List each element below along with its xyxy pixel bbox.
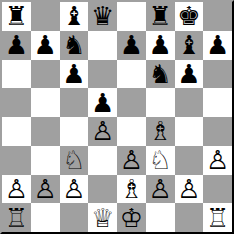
piece-black-rook[interactable]: ♜ xyxy=(5,3,28,29)
square-f2[interactable]: ♙ xyxy=(146,175,175,204)
piece-white-pawn[interactable]: ♙ xyxy=(5,176,28,202)
square-e5[interactable] xyxy=(117,88,146,117)
piece-white-bishop[interactable]: ♗ xyxy=(148,118,171,144)
piece-black-knight[interactable]: ♞ xyxy=(148,61,171,87)
square-e4[interactable] xyxy=(117,117,146,146)
square-g5[interactable] xyxy=(175,88,204,117)
square-h5[interactable] xyxy=(203,88,232,117)
piece-black-pawn[interactable]: ♟ xyxy=(91,90,114,116)
square-d4[interactable]: ♙ xyxy=(88,117,117,146)
square-h6[interactable] xyxy=(203,60,232,89)
piece-black-knight[interactable]: ♞ xyxy=(62,32,85,58)
piece-white-pawn[interactable]: ♙ xyxy=(120,147,143,173)
square-f8[interactable]: ♜ xyxy=(146,2,175,31)
piece-white-rook[interactable]: ♖ xyxy=(5,205,28,231)
square-e3[interactable]: ♙ xyxy=(117,146,146,175)
square-d5[interactable]: ♟ xyxy=(88,88,117,117)
square-e2[interactable]: ♗ xyxy=(117,175,146,204)
piece-black-king[interactable]: ♚ xyxy=(177,3,200,29)
piece-white-knight[interactable]: ♘ xyxy=(148,147,171,173)
square-g8[interactable]: ♚ xyxy=(175,2,204,31)
square-b3[interactable] xyxy=(31,146,60,175)
square-f6[interactable]: ♞ xyxy=(146,60,175,89)
piece-black-queen[interactable]: ♛ xyxy=(91,3,114,29)
piece-white-pawn[interactable]: ♙ xyxy=(177,176,200,202)
square-d6[interactable] xyxy=(88,60,117,89)
square-c1[interactable] xyxy=(60,203,89,232)
square-a1[interactable]: ♖ xyxy=(2,203,31,232)
square-e8[interactable] xyxy=(117,2,146,31)
piece-white-knight[interactable]: ♘ xyxy=(62,147,85,173)
piece-white-pawn[interactable]: ♙ xyxy=(91,118,114,144)
square-g4[interactable] xyxy=(175,117,204,146)
square-d2[interactable] xyxy=(88,175,117,204)
square-f4[interactable]: ♗ xyxy=(146,117,175,146)
square-a8[interactable]: ♜ xyxy=(2,2,31,31)
square-c3[interactable]: ♘ xyxy=(60,146,89,175)
piece-white-bishop[interactable]: ♗ xyxy=(120,176,143,202)
square-e7[interactable]: ♟ xyxy=(117,31,146,60)
piece-white-king[interactable]: ♔ xyxy=(120,205,143,231)
square-f7[interactable]: ♟ xyxy=(146,31,175,60)
square-h7[interactable]: ♟ xyxy=(203,31,232,60)
piece-black-pawn[interactable]: ♟ xyxy=(120,32,143,58)
square-d8[interactable]: ♛ xyxy=(88,2,117,31)
square-d3[interactable] xyxy=(88,146,117,175)
square-c2[interactable]: ♙ xyxy=(60,175,89,204)
square-b6[interactable] xyxy=(31,60,60,89)
square-h3[interactable]: ♙ xyxy=(203,146,232,175)
chess-board: ♜♝♛♜♚♟♟♞♟♟♝♟♟♞♟♟♙♗♘♙♘♙♙♙♙♗♙♙♖♕♔♖ xyxy=(2,2,232,232)
square-a2[interactable]: ♙ xyxy=(2,175,31,204)
square-b1[interactable] xyxy=(31,203,60,232)
square-h1[interactable]: ♖ xyxy=(203,203,232,232)
piece-white-rook[interactable]: ♖ xyxy=(206,205,229,231)
piece-white-pawn[interactable]: ♙ xyxy=(33,176,56,202)
square-c6[interactable]: ♟ xyxy=(60,60,89,89)
square-g6[interactable]: ♟ xyxy=(175,60,204,89)
square-a6[interactable] xyxy=(2,60,31,89)
piece-black-pawn[interactable]: ♟ xyxy=(148,32,171,58)
square-e1[interactable]: ♔ xyxy=(117,203,146,232)
piece-black-pawn[interactable]: ♟ xyxy=(33,32,56,58)
piece-white-pawn[interactable]: ♙ xyxy=(206,147,229,173)
square-c4[interactable] xyxy=(60,117,89,146)
square-c5[interactable] xyxy=(60,88,89,117)
chess-board-frame: ♜♝♛♜♚♟♟♞♟♟♝♟♟♞♟♟♙♗♘♙♘♙♙♙♙♗♙♙♖♕♔♖ xyxy=(0,0,234,234)
piece-black-rook[interactable]: ♜ xyxy=(148,3,171,29)
square-g7[interactable]: ♝ xyxy=(175,31,204,60)
square-g1[interactable] xyxy=(175,203,204,232)
square-a4[interactable] xyxy=(2,117,31,146)
square-b4[interactable] xyxy=(31,117,60,146)
square-e6[interactable] xyxy=(117,60,146,89)
square-a3[interactable] xyxy=(2,146,31,175)
piece-black-bishop[interactable]: ♝ xyxy=(62,3,85,29)
square-c8[interactable]: ♝ xyxy=(60,2,89,31)
square-c7[interactable]: ♞ xyxy=(60,31,89,60)
piece-white-pawn[interactable]: ♙ xyxy=(148,176,171,202)
square-f5[interactable] xyxy=(146,88,175,117)
square-a5[interactable] xyxy=(2,88,31,117)
square-f3[interactable]: ♘ xyxy=(146,146,175,175)
piece-white-queen[interactable]: ♕ xyxy=(91,205,114,231)
piece-black-pawn[interactable]: ♟ xyxy=(206,32,229,58)
piece-black-bishop[interactable]: ♝ xyxy=(177,32,200,58)
square-b7[interactable]: ♟ xyxy=(31,31,60,60)
piece-black-pawn[interactable]: ♟ xyxy=(62,61,85,87)
square-h4[interactable] xyxy=(203,117,232,146)
square-b2[interactable]: ♙ xyxy=(31,175,60,204)
square-d7[interactable] xyxy=(88,31,117,60)
piece-white-pawn[interactable]: ♙ xyxy=(62,176,85,202)
square-d1[interactable]: ♕ xyxy=(88,203,117,232)
square-g2[interactable]: ♙ xyxy=(175,175,204,204)
square-b8[interactable] xyxy=(31,2,60,31)
square-b5[interactable] xyxy=(31,88,60,117)
piece-black-pawn[interactable]: ♟ xyxy=(5,32,28,58)
square-g3[interactable] xyxy=(175,146,204,175)
piece-black-pawn[interactable]: ♟ xyxy=(177,61,200,87)
square-f1[interactable] xyxy=(146,203,175,232)
square-a7[interactable]: ♟ xyxy=(2,31,31,60)
square-h2[interactable] xyxy=(203,175,232,204)
square-h8[interactable] xyxy=(203,2,232,31)
